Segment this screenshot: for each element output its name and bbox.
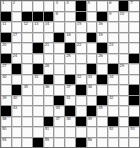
answer-cell[interactable]: 33 [87,75,97,85]
clue-number: 18 [66,33,70,37]
answer-cell[interactable] [44,54,54,64]
answer-cell[interactable]: 14 [44,22,54,32]
answer-cell[interactable] [97,1,107,11]
answer-cell[interactable] [97,127,107,137]
answer-cell[interactable] [22,75,32,85]
answer-cell[interactable]: 52 [108,127,118,137]
answer-cell[interactable] [22,1,32,11]
clue-number: 23 [109,43,113,47]
answer-cell[interactable] [129,43,139,53]
black-cell [97,75,107,85]
black-cell [54,33,64,43]
clue-number: 11 [2,22,6,26]
answer-cell[interactable] [22,106,32,116]
answer-cell[interactable] [76,54,86,64]
answer-cell[interactable]: 48 [65,117,75,127]
answer-cell[interactable] [108,54,118,64]
clue-number: 3 [55,1,57,5]
answer-cell[interactable]: 19 [97,33,107,43]
answer-cell[interactable]: 27 [1,64,11,74]
black-cell [76,12,86,22]
answer-cell[interactable] [119,106,129,116]
clue-number: 36 [45,85,49,89]
clue-number: 52 [109,127,113,131]
answer-cell[interactable]: 28 [44,64,54,74]
answer-cell[interactable] [129,12,139,22]
answer-cell[interactable] [12,117,22,127]
answer-cell[interactable] [22,54,32,64]
answer-cell[interactable]: 26 [97,54,107,64]
answer-cell[interactable] [12,127,22,137]
black-cell [12,64,22,74]
answer-cell[interactable] [108,106,118,116]
answer-cell[interactable] [33,96,43,106]
answer-cell[interactable] [108,138,118,148]
clue-number: 55 [45,138,49,142]
black-cell [87,33,97,43]
clue-number: 9 [109,12,111,16]
clue-number: 41 [66,96,70,100]
black-cell [33,64,43,74]
answer-cell[interactable] [129,106,139,116]
clue-number: 19 [98,33,102,37]
answer-cell[interactable] [108,85,118,95]
black-cell [22,12,32,22]
answer-cell[interactable]: 6 [108,1,118,11]
answer-cell[interactable]: 9 [108,12,118,22]
answer-cell[interactable]: 54 [1,138,11,148]
clue-number: 54 [2,138,6,142]
answer-cell[interactable] [22,138,32,148]
clue-number: 6 [109,1,111,5]
clue-number: 13 [34,22,38,26]
answer-cell[interactable]: 2 [12,1,22,11]
answer-cell[interactable] [87,96,97,106]
answer-cell[interactable]: 11 [1,22,11,32]
answer-cell[interactable]: 42 [108,96,118,106]
answer-cell[interactable] [33,33,43,43]
clue-number: 4 [66,1,68,5]
answer-cell[interactable]: 8 [54,12,64,22]
answer-cell[interactable]: 49 [87,117,97,127]
black-cell [54,96,64,106]
clue-number: 16 [98,22,102,26]
answer-cell[interactable]: 47 [54,117,64,127]
answer-cell[interactable]: 37 [65,85,75,95]
answer-cell[interactable]: 20 [1,43,11,53]
answer-cell[interactable]: 16 [97,22,107,32]
clue-number: 40 [13,96,17,100]
answer-cell[interactable] [87,12,97,22]
clue-number: 48 [66,117,70,121]
answer-cell[interactable] [12,12,22,22]
clue-number: 15 [77,22,81,26]
answer-cell[interactable] [54,22,64,32]
answer-cell[interactable]: 41 [65,96,75,106]
clue-number: 32 [77,75,81,79]
clue-number: 8 [55,12,57,16]
answer-cell[interactable] [22,96,32,106]
crossword-grid: 1234567891011121314151617181920212223242… [0,0,140,148]
black-cell [76,138,86,148]
answer-cell[interactable] [97,138,107,148]
answer-cell[interactable]: 51 [44,127,54,137]
answer-cell[interactable] [76,33,86,43]
answer-cell[interactable]: 29 [119,64,129,74]
black-cell [129,54,139,64]
answer-cell[interactable] [119,85,129,95]
clue-number: 7 [130,1,132,5]
black-cell [97,96,107,106]
black-cell [44,117,54,127]
answer-cell[interactable]: 32 [76,75,86,85]
answer-cell[interactable] [119,33,129,43]
black-cell [1,106,11,116]
answer-cell[interactable]: 24 [12,54,22,64]
answer-cell[interactable] [12,75,22,85]
clue-number: 25 [66,54,70,58]
black-cell [129,117,139,127]
clue-number: 22 [77,43,81,47]
answer-cell[interactable] [87,43,97,53]
answer-cell[interactable] [129,138,139,148]
answer-cell[interactable]: 22 [76,43,86,53]
black-cell [33,43,43,53]
answer-cell[interactable] [44,1,54,11]
clue-number: 43 [13,106,17,110]
answer-cell[interactable] [54,54,64,64]
clue-number: 24 [13,54,17,58]
answer-cell[interactable] [54,75,64,85]
clue-number: 46 [2,117,6,121]
answer-cell[interactable] [76,64,86,74]
clue-number: 14 [45,22,49,26]
clue-number: 39 [2,96,6,100]
black-cell [65,43,75,53]
answer-cell[interactable]: 10 [119,12,129,22]
clue-number: 5 [88,1,90,5]
answer-cell[interactable] [97,64,107,74]
answer-cell[interactable] [12,138,22,148]
answer-cell[interactable]: 44 [54,106,64,116]
answer-cell[interactable]: 45 [97,106,107,116]
black-cell [108,117,118,127]
black-cell [44,75,54,85]
black-cell [129,96,139,106]
answer-cell[interactable] [87,54,97,64]
clue-number: 33 [88,75,92,79]
black-cell [12,85,22,95]
clue-number: 35 [23,85,27,89]
answer-cell[interactable] [12,43,22,53]
clue-number: 28 [45,64,49,68]
answer-cell[interactable] [129,22,139,32]
answer-cell[interactable] [22,43,32,53]
answer-cell[interactable]: 31 [33,75,43,85]
clue-number: 34 [109,75,113,79]
clue-number: 20 [2,43,6,47]
black-cell [108,64,118,74]
answer-cell[interactable] [65,12,75,22]
answer-cell[interactable]: 18 [65,33,75,43]
clue-number: 47 [55,117,59,121]
answer-cell[interactable] [54,127,64,137]
clue-number: 1 [2,1,4,5]
answer-cell[interactable] [119,75,129,85]
answer-cell[interactable]: 3 [54,1,64,11]
answer-cell[interactable] [87,127,97,137]
clue-number: 38 [88,85,92,89]
answer-cell[interactable] [119,127,129,137]
answer-cell[interactable]: 53 [129,127,139,137]
answer-cell[interactable] [12,22,22,32]
black-cell [87,106,97,116]
answer-cell[interactable] [33,127,43,137]
answer-cell[interactable] [76,127,86,137]
answer-cell[interactable] [33,106,43,116]
answer-cell[interactable]: 1 [1,1,11,11]
black-cell [97,12,107,22]
answer-cell[interactable]: 4 [65,1,75,11]
clue-number: 37 [66,85,70,89]
answer-cell[interactable]: 30 [1,75,11,85]
black-cell [1,33,11,43]
answer-cell[interactable]: 21 [44,43,54,53]
answer-cell[interactable] [119,96,129,106]
clue-number: 29 [120,64,124,68]
answer-cell[interactable]: 17 [12,33,22,43]
answer-cell[interactable] [65,138,75,148]
answer-cell[interactable]: 12 [22,22,32,32]
clue-number: 51 [45,127,49,131]
clue-number: 49 [88,117,92,121]
answer-cell[interactable] [22,64,32,74]
clue-number: 10 [120,12,124,16]
answer-cell[interactable] [54,43,64,53]
black-cell [33,138,43,148]
answer-cell[interactable] [97,85,107,95]
answer-cell[interactable]: 46 [1,117,11,127]
answer-cell[interactable] [33,85,43,95]
clue-number: 50 [2,127,6,131]
answer-cell[interactable] [108,33,118,43]
answer-cell[interactable]: 50 [1,127,11,137]
clue-number: 45 [98,106,102,110]
clue-number: 2 [13,1,15,5]
answer-cell[interactable] [33,54,43,64]
answer-cell[interactable] [65,127,75,137]
answer-cell[interactable] [65,64,75,74]
answer-cell[interactable] [76,106,86,116]
clue-number: 12 [23,22,27,26]
answer-cell[interactable] [108,22,118,32]
answer-cell[interactable] [54,64,64,74]
answer-cell[interactable] [129,64,139,74]
answer-cell[interactable] [44,33,54,43]
clue-number: 27 [2,64,6,68]
clue-number: 17 [13,33,17,37]
answer-cell[interactable] [1,85,11,95]
black-cell [65,75,75,85]
black-cell [33,12,43,22]
answer-cell[interactable]: 38 [87,85,97,95]
clue-number: 31 [34,75,38,79]
black-cell [76,1,86,11]
black-cell [129,85,139,95]
answer-cell[interactable] [44,106,54,116]
answer-cell[interactable] [33,117,43,127]
answer-cell[interactable] [119,138,129,148]
answer-cell[interactable] [22,127,32,137]
answer-cell[interactable] [76,96,86,106]
answer-cell[interactable]: 7 [129,1,139,11]
answer-cell[interactable]: 15 [76,22,86,32]
answer-cell[interactable]: 36 [44,85,54,95]
answer-cell[interactable] [22,33,32,43]
black-cell [44,12,54,22]
answer-cell[interactable] [119,22,129,32]
answer-cell[interactable] [33,1,43,11]
answer-cell[interactable]: 40 [12,96,22,106]
clue-number: 30 [2,75,6,79]
answer-cell[interactable] [54,85,64,95]
answer-cell[interactable]: 23 [108,43,118,53]
answer-cell[interactable]: 39 [1,96,11,106]
answer-cell[interactable]: 25 [65,54,75,64]
clue-number: 26 [98,54,102,58]
clue-number: 56 [88,138,92,142]
answer-cell[interactable]: 5 [87,1,97,11]
answer-cell[interactable] [22,117,32,127]
black-cell [1,12,11,22]
clue-number: 42 [109,96,113,100]
answer-cell[interactable] [87,22,97,32]
answer-cell[interactable] [119,43,129,53]
black-cell [65,106,75,116]
answer-cell[interactable] [65,22,75,32]
black-cell [119,1,129,11]
clue-number: 53 [130,127,134,131]
clue-number: 44 [55,106,59,110]
answer-cell[interactable]: 43 [12,106,22,116]
answer-cell[interactable] [129,75,139,85]
black-cell [97,43,107,53]
answer-cell[interactable]: 34 [108,75,118,85]
answer-cell[interactable] [97,117,107,127]
answer-cell[interactable] [119,117,129,127]
answer-cell[interactable] [119,54,129,64]
answer-cell[interactable]: 13 [33,22,43,32]
black-cell [87,64,97,74]
clue-number: 21 [45,43,49,47]
answer-cell[interactable]: 35 [22,85,32,95]
black-cell [76,85,86,95]
answer-cell[interactable]: 56 [87,138,97,148]
answer-cell[interactable]: 55 [44,138,54,148]
black-cell [76,117,86,127]
answer-cell[interactable] [129,33,139,43]
answer-cell[interactable] [54,138,64,148]
black-cell [1,54,11,64]
answer-cell[interactable] [44,96,54,106]
